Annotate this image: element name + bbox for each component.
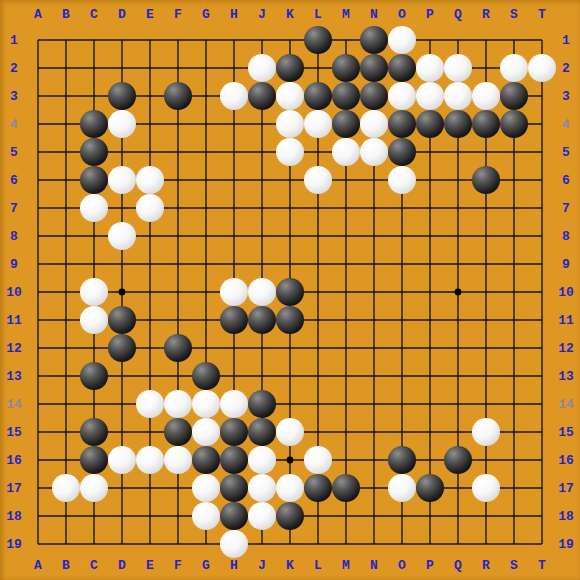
stone-black-H18 <box>220 502 248 530</box>
coord-label-right-6: 6 <box>562 173 570 188</box>
stone-black-R4 <box>472 110 500 138</box>
coord-label-left-12: 12 <box>6 341 22 356</box>
stone-white-G14 <box>192 390 220 418</box>
stone-white-H10 <box>220 278 248 306</box>
stone-white-D8 <box>108 222 136 250</box>
stone-black-L1 <box>304 26 332 54</box>
stone-white-Q2 <box>444 54 472 82</box>
coord-label-right-8: 8 <box>562 229 570 244</box>
stone-white-K15 <box>276 418 304 446</box>
coord-label-bottom-L: L <box>314 558 322 573</box>
coord-label-left-18: 18 <box>6 509 22 524</box>
stone-white-R3 <box>472 82 500 110</box>
stone-white-F14 <box>164 390 192 418</box>
stone-white-L6 <box>304 166 332 194</box>
stone-white-J10 <box>248 278 276 306</box>
coord-label-bottom-S: S <box>510 558 518 573</box>
coord-label-top-A: A <box>34 7 42 22</box>
stone-white-J16 <box>248 446 276 474</box>
coord-label-left-9: 9 <box>10 257 18 272</box>
stone-white-S2 <box>500 54 528 82</box>
coord-label-left-14: 14 <box>6 397 22 412</box>
coord-label-bottom-K: K <box>286 558 294 573</box>
coord-label-bottom-E: E <box>146 558 154 573</box>
coord-label-bottom-R: R <box>482 558 490 573</box>
stone-black-P4 <box>416 110 444 138</box>
coord-label-right-19: 19 <box>558 537 574 552</box>
stone-white-B17 <box>52 474 80 502</box>
stone-white-N4 <box>360 110 388 138</box>
stone-white-L16 <box>304 446 332 474</box>
coord-label-left-15: 15 <box>6 425 22 440</box>
stone-black-C5 <box>80 138 108 166</box>
coord-label-bottom-F: F <box>174 558 182 573</box>
coord-label-right-18: 18 <box>558 509 574 524</box>
stone-black-J3 <box>248 82 276 110</box>
stone-black-C4 <box>80 110 108 138</box>
coord-label-right-3: 3 <box>562 89 570 104</box>
stone-black-F12 <box>164 334 192 362</box>
coord-label-bottom-A: A <box>34 558 42 573</box>
stone-black-M17 <box>332 474 360 502</box>
coord-label-top-N: N <box>370 7 378 22</box>
stone-white-D16 <box>108 446 136 474</box>
coord-label-left-5: 5 <box>10 145 18 160</box>
stone-white-N5 <box>360 138 388 166</box>
stone-black-C6 <box>80 166 108 194</box>
stone-black-M2 <box>332 54 360 82</box>
stone-white-D4 <box>108 110 136 138</box>
coord-label-right-13: 13 <box>558 369 574 384</box>
stone-white-J17 <box>248 474 276 502</box>
stone-black-M3 <box>332 82 360 110</box>
stone-white-F16 <box>164 446 192 474</box>
stone-white-E16 <box>136 446 164 474</box>
coord-label-top-P: P <box>426 7 434 22</box>
coord-label-top-E: E <box>146 7 154 22</box>
stone-black-S4 <box>500 110 528 138</box>
coord-label-bottom-Q: Q <box>454 558 462 573</box>
coord-label-right-9: 9 <box>562 257 570 272</box>
stone-white-G15 <box>192 418 220 446</box>
stone-white-D6 <box>108 166 136 194</box>
stone-black-K11 <box>276 306 304 334</box>
coord-label-bottom-G: G <box>202 558 210 573</box>
stone-black-O2 <box>388 54 416 82</box>
stone-white-C17 <box>80 474 108 502</box>
coord-label-top-L: L <box>314 7 322 22</box>
coord-label-right-4: 4 <box>562 117 570 132</box>
coord-label-top-R: R <box>482 7 490 22</box>
stone-white-O1 <box>388 26 416 54</box>
star-point-Q10 <box>455 289 462 296</box>
stone-white-K17 <box>276 474 304 502</box>
go-board[interactable]: AABBCCDDEEFFGGHHJJKKLLMMNNOOPPQQRRSSTT11… <box>0 0 580 580</box>
coord-label-bottom-P: P <box>426 558 434 573</box>
coord-label-left-4: 4 <box>10 117 18 132</box>
stone-black-K2 <box>276 54 304 82</box>
coord-label-bottom-N: N <box>370 558 378 573</box>
stone-white-R15 <box>472 418 500 446</box>
coord-label-right-11: 11 <box>558 313 574 328</box>
coord-label-right-17: 17 <box>558 481 574 496</box>
stone-black-H17 <box>220 474 248 502</box>
stone-white-O6 <box>388 166 416 194</box>
stone-black-M4 <box>332 110 360 138</box>
stone-black-J11 <box>248 306 276 334</box>
coord-label-top-C: C <box>90 7 98 22</box>
coord-label-bottom-J: J <box>258 558 266 573</box>
coord-label-bottom-H: H <box>230 558 238 573</box>
coord-label-bottom-M: M <box>342 558 350 573</box>
stone-black-N3 <box>360 82 388 110</box>
stone-black-D11 <box>108 306 136 334</box>
stone-black-S3 <box>500 82 528 110</box>
coord-label-left-13: 13 <box>6 369 22 384</box>
stone-white-E7 <box>136 194 164 222</box>
coord-label-top-B: B <box>62 7 70 22</box>
coord-label-bottom-B: B <box>62 558 70 573</box>
stone-black-C15 <box>80 418 108 446</box>
stone-black-C13 <box>80 362 108 390</box>
coord-label-left-3: 3 <box>10 89 18 104</box>
stone-white-P2 <box>416 54 444 82</box>
stone-white-C11 <box>80 306 108 334</box>
stone-black-G16 <box>192 446 220 474</box>
coord-label-left-6: 6 <box>10 173 18 188</box>
stone-black-N2 <box>360 54 388 82</box>
stone-black-K10 <box>276 278 304 306</box>
stone-white-K4 <box>276 110 304 138</box>
stone-black-L17 <box>304 474 332 502</box>
coord-label-left-1: 1 <box>10 33 18 48</box>
star-point-D10 <box>119 289 126 296</box>
stone-black-G13 <box>192 362 220 390</box>
stone-black-L3 <box>304 82 332 110</box>
stone-black-Q4 <box>444 110 472 138</box>
coord-label-top-G: G <box>202 7 210 22</box>
coord-label-left-10: 10 <box>6 285 22 300</box>
stone-black-N1 <box>360 26 388 54</box>
stone-black-O16 <box>388 446 416 474</box>
stone-white-E6 <box>136 166 164 194</box>
coord-label-top-F: F <box>174 7 182 22</box>
stone-white-G17 <box>192 474 220 502</box>
stone-white-R17 <box>472 474 500 502</box>
coord-label-right-1: 1 <box>562 33 570 48</box>
stone-white-K3 <box>276 82 304 110</box>
stone-white-L4 <box>304 110 332 138</box>
coord-label-bottom-T: T <box>538 558 546 573</box>
coord-label-right-7: 7 <box>562 201 570 216</box>
stone-black-H15 <box>220 418 248 446</box>
stone-black-F3 <box>164 82 192 110</box>
coord-label-left-16: 16 <box>6 453 22 468</box>
stone-black-H16 <box>220 446 248 474</box>
stone-black-J15 <box>248 418 276 446</box>
stone-black-O4 <box>388 110 416 138</box>
coord-label-top-M: M <box>342 7 350 22</box>
stone-black-Q16 <box>444 446 472 474</box>
stone-white-G18 <box>192 502 220 530</box>
stone-white-C10 <box>80 278 108 306</box>
coord-label-top-K: K <box>286 7 294 22</box>
coord-label-bottom-D: D <box>118 558 126 573</box>
stone-black-P17 <box>416 474 444 502</box>
stone-white-E14 <box>136 390 164 418</box>
coord-label-right-16: 16 <box>558 453 574 468</box>
stone-white-J2 <box>248 54 276 82</box>
stone-white-H3 <box>220 82 248 110</box>
stone-black-D12 <box>108 334 136 362</box>
stone-white-T2 <box>528 54 556 82</box>
coord-label-top-Q: Q <box>454 7 462 22</box>
coord-label-left-17: 17 <box>6 481 22 496</box>
stone-black-R6 <box>472 166 500 194</box>
coord-label-left-19: 19 <box>6 537 22 552</box>
stone-white-O3 <box>388 82 416 110</box>
coord-label-bottom-C: C <box>90 558 98 573</box>
stone-white-H19 <box>220 530 248 558</box>
stone-black-F15 <box>164 418 192 446</box>
coord-label-right-10: 10 <box>558 285 574 300</box>
coord-label-right-2: 2 <box>562 61 570 76</box>
coord-label-left-7: 7 <box>10 201 18 216</box>
coord-label-top-T: T <box>538 7 546 22</box>
coord-label-right-15: 15 <box>558 425 574 440</box>
coord-label-top-O: O <box>398 7 406 22</box>
coord-label-top-S: S <box>510 7 518 22</box>
stone-black-D3 <box>108 82 136 110</box>
coord-label-top-H: H <box>230 7 238 22</box>
stone-black-C16 <box>80 446 108 474</box>
stone-black-K18 <box>276 502 304 530</box>
coord-label-left-2: 2 <box>10 61 18 76</box>
stone-white-P3 <box>416 82 444 110</box>
star-point-K16 <box>287 457 294 464</box>
coord-label-left-8: 8 <box>10 229 18 244</box>
coord-label-right-14: 14 <box>558 397 574 412</box>
coord-label-right-12: 12 <box>558 341 574 356</box>
stone-black-H11 <box>220 306 248 334</box>
coord-label-right-5: 5 <box>562 145 570 160</box>
coord-label-top-J: J <box>258 7 266 22</box>
coord-label-top-D: D <box>118 7 126 22</box>
stone-white-O17 <box>388 474 416 502</box>
stone-black-J14 <box>248 390 276 418</box>
stone-white-J18 <box>248 502 276 530</box>
stone-black-O5 <box>388 138 416 166</box>
coord-label-bottom-O: O <box>398 558 406 573</box>
stone-white-M5 <box>332 138 360 166</box>
stone-white-K5 <box>276 138 304 166</box>
stone-white-C7 <box>80 194 108 222</box>
coord-label-left-11: 11 <box>6 313 22 328</box>
stone-white-H14 <box>220 390 248 418</box>
stone-white-Q3 <box>444 82 472 110</box>
